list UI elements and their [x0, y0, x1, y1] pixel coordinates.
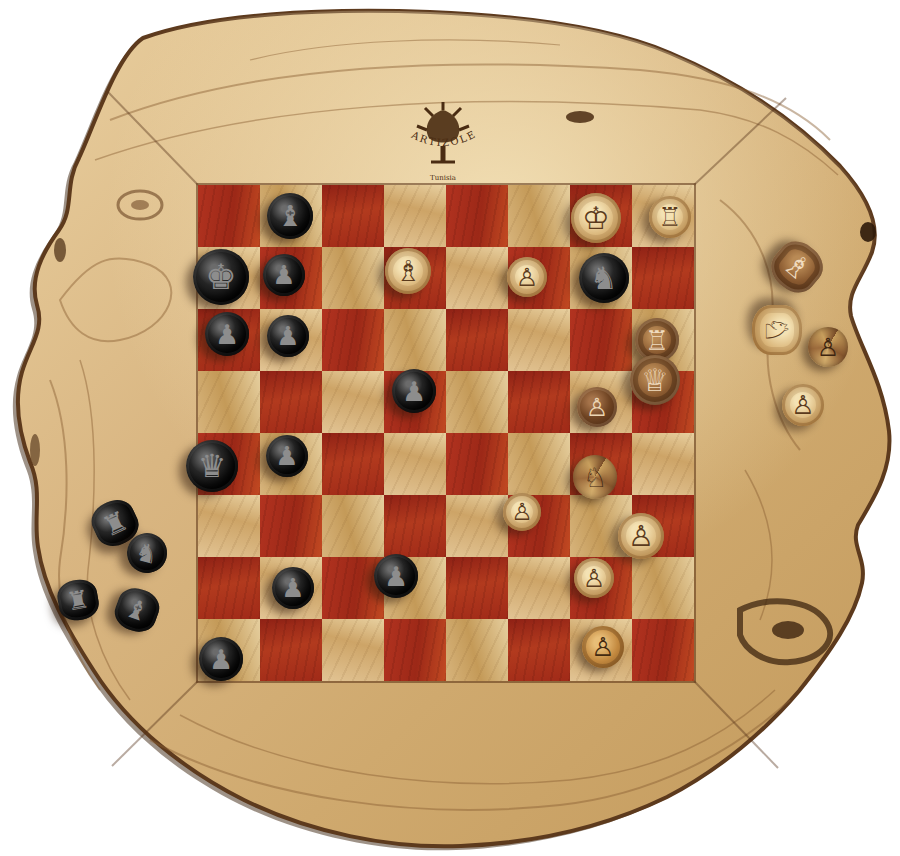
square-h1[interactable]	[632, 619, 694, 681]
white-pawn-icon: ♙	[628, 522, 654, 551]
black-knight-icon: ♞	[133, 538, 161, 568]
piece-black-pawn-b2[interactable]: ♟	[272, 567, 314, 609]
piece-white-pawn-g2[interactable]: ♙	[574, 558, 614, 598]
piece-white-queen-h5[interactable]: ♕	[630, 355, 680, 405]
black-rook-icon: ♜	[98, 506, 131, 541]
black-pawn-icon: ♟	[402, 378, 426, 405]
piece-white-pawn-f7[interactable]: ♙	[507, 257, 547, 297]
square-b5[interactable]	[260, 371, 322, 433]
photo-stage: ARTIZOLE Tunisia ♝♔♖♚♟♗♙♞♟♟♖♟♙♕♛♟♘♙♙♟♟♙♟…	[0, 0, 900, 856]
piece-white-king-g8[interactable]: ♔	[571, 193, 621, 243]
black-pawn-icon: ♟	[276, 323, 299, 349]
square-d4[interactable]	[384, 433, 446, 495]
black-pawn-icon: ♟	[275, 443, 298, 469]
tray-right-white-pawn[interactable]: ♙	[808, 327, 848, 367]
black-pawn-icon: ♟	[384, 563, 408, 590]
white-bishop-icon: ♗	[777, 247, 817, 287]
piece-white-bishop-d7[interactable]: ♗	[385, 248, 431, 294]
piece-black-pawn-d2[interactable]: ♟	[374, 554, 418, 598]
square-c8[interactable]	[322, 185, 384, 247]
piece-black-pawn-b7[interactable]: ♟	[263, 254, 305, 296]
square-e8[interactable]	[446, 185, 508, 247]
square-c4[interactable]	[322, 433, 384, 495]
white-rook-icon: ♖	[658, 204, 681, 230]
piece-black-queen-a4[interactable]: ♛	[186, 440, 238, 492]
white-pawn-icon: ♙	[511, 500, 533, 524]
white-pawn-icon: ♙	[591, 634, 614, 660]
square-h2[interactable]	[632, 557, 694, 619]
square-a2[interactable]	[198, 557, 260, 619]
square-c5[interactable]	[322, 371, 384, 433]
square-e5[interactable]	[446, 371, 508, 433]
piece-black-pawn-a6[interactable]: ♟	[205, 312, 249, 356]
piece-white-pawn-h3[interactable]: ♙	[618, 513, 664, 559]
square-c2[interactable]	[322, 557, 384, 619]
black-bishop-icon: ♝	[122, 594, 153, 626]
black-bishop-icon: ♝	[277, 202, 303, 231]
square-e3[interactable]	[446, 495, 508, 557]
white-pawn-icon: ♙	[583, 566, 605, 591]
black-queen-icon: ♛	[198, 450, 227, 482]
square-f8[interactable]	[508, 185, 570, 247]
black-pawn-icon: ♟	[281, 575, 304, 601]
square-a3[interactable]	[198, 495, 260, 557]
tray-right-white-pawn[interactable]: ♙	[782, 384, 824, 426]
square-f1[interactable]	[508, 619, 570, 681]
black-king-icon: ♚	[205, 260, 236, 295]
piece-white-pawn-g1[interactable]: ♙	[582, 626, 624, 668]
piece-white-pawn-g5[interactable]: ♙	[577, 387, 617, 427]
piece-black-pawn-b6[interactable]: ♟	[267, 315, 309, 357]
square-h4[interactable]	[632, 433, 694, 495]
piece-white-rook-h8[interactable]: ♖	[649, 196, 691, 238]
square-d3[interactable]	[384, 495, 446, 557]
square-e7[interactable]	[446, 247, 508, 309]
square-c3[interactable]	[322, 495, 384, 557]
square-f6[interactable]	[508, 309, 570, 371]
square-e4[interactable]	[446, 433, 508, 495]
white-rook-icon: ♖	[645, 327, 669, 354]
tray-right-white-knight[interactable]: ♘	[752, 305, 802, 355]
piece-white-pawn-f3[interactable]: ♙	[503, 493, 541, 531]
piece-black-bishop-b8[interactable]: ♝	[267, 193, 313, 239]
square-c6[interactable]	[322, 309, 384, 371]
piece-black-knight-g7[interactable]: ♞	[579, 253, 629, 303]
black-rook-icon: ♜	[65, 586, 91, 615]
white-king-icon: ♔	[582, 203, 610, 234]
logo-sub-text: Tunisia	[430, 174, 456, 182]
square-d1[interactable]	[384, 619, 446, 681]
square-c1[interactable]	[322, 619, 384, 681]
piece-white-knight-g4[interactable]: ♘	[573, 455, 617, 499]
piece-black-king-a7[interactable]: ♚	[193, 249, 249, 305]
black-pawn-icon: ♟	[215, 321, 239, 348]
white-pawn-icon: ♙	[516, 265, 538, 290]
square-a8[interactable]	[198, 185, 260, 247]
square-c7[interactable]	[322, 247, 384, 309]
piece-black-pawn-a1[interactable]: ♟	[199, 637, 243, 681]
black-pawn-icon: ♟	[209, 646, 233, 673]
white-bishop-icon: ♗	[395, 257, 421, 286]
black-pawn-icon: ♟	[272, 262, 295, 288]
square-a5[interactable]	[198, 371, 260, 433]
square-f5[interactable]	[508, 371, 570, 433]
piece-black-pawn-b4[interactable]: ♟	[266, 435, 308, 477]
white-knight-icon: ♘	[762, 316, 793, 344]
square-d8[interactable]	[384, 185, 446, 247]
piece-black-pawn-d5[interactable]: ♟	[392, 369, 436, 413]
square-b3[interactable]	[260, 495, 322, 557]
square-e6[interactable]	[446, 309, 508, 371]
square-f2[interactable]	[508, 557, 570, 619]
square-d6[interactable]	[384, 309, 446, 371]
black-knight-icon: ♞	[590, 263, 618, 294]
square-g6[interactable]	[570, 309, 632, 371]
square-e2[interactable]	[446, 557, 508, 619]
white-knight-icon: ♘	[583, 464, 607, 491]
white-queen-icon: ♕	[641, 365, 669, 396]
square-e1[interactable]	[446, 619, 508, 681]
white-pawn-icon: ♙	[791, 392, 814, 418]
white-pawn-icon: ♙	[817, 335, 839, 360]
white-pawn-icon: ♙	[586, 395, 608, 420]
square-b1[interactable]	[260, 619, 322, 681]
square-h7[interactable]	[632, 247, 694, 309]
square-f4[interactable]	[508, 433, 570, 495]
